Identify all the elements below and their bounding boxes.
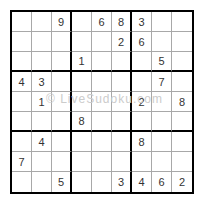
cell-r8c6[interactable] xyxy=(112,152,132,172)
cell-r6c2[interactable] xyxy=(32,112,52,132)
cell-r6c5[interactable] xyxy=(92,112,112,132)
cell-r3c2[interactable] xyxy=(32,52,52,72)
cell-r8c8[interactable] xyxy=(152,152,172,172)
cell-r5c7[interactable]: 2 xyxy=(132,92,152,112)
cell-r4c4[interactable] xyxy=(72,72,92,92)
cell-r4c5[interactable] xyxy=(92,72,112,92)
cell-r7c8[interactable] xyxy=(152,132,172,152)
cell-r4c2[interactable]: 3 xyxy=(32,72,52,92)
cell-r3c4[interactable]: 1 xyxy=(72,52,92,72)
cell-r6c6[interactable] xyxy=(112,112,132,132)
cell-r8c1[interactable]: 7 xyxy=(12,152,32,172)
cell-r6c4[interactable]: 8 xyxy=(72,112,92,132)
cell-r6c3[interactable] xyxy=(52,112,72,132)
cell-r2c6[interactable]: 2 xyxy=(112,32,132,52)
cell-r5c9[interactable]: 8 xyxy=(172,92,192,112)
cell-r4c7[interactable] xyxy=(132,72,152,92)
cell-r8c3[interactable] xyxy=(52,152,72,172)
cell-r7c1[interactable] xyxy=(12,132,32,152)
cell-r2c5[interactable] xyxy=(92,32,112,52)
cell-r9c8[interactable]: 6 xyxy=(152,172,172,192)
cell-r8c4[interactable] xyxy=(72,152,92,172)
cell-r2c8[interactable] xyxy=(152,32,172,52)
cell-r4c3[interactable] xyxy=(52,72,72,92)
cell-r5c5[interactable] xyxy=(92,92,112,112)
cell-r9c5[interactable] xyxy=(92,172,112,192)
cell-r3c8[interactable]: 5 xyxy=(152,52,172,72)
cell-r1c6[interactable]: 8 xyxy=(112,12,132,32)
cell-r2c2[interactable] xyxy=(32,32,52,52)
cell-r9c1[interactable] xyxy=(12,172,32,192)
cell-r4c6[interactable] xyxy=(112,72,132,92)
cell-r3c7[interactable] xyxy=(132,52,152,72)
cell-r9c4[interactable] xyxy=(72,172,92,192)
cell-r7c6[interactable] xyxy=(112,132,132,152)
cell-r8c7[interactable] xyxy=(132,152,152,172)
cell-r2c7[interactable]: 6 xyxy=(132,32,152,52)
cell-r1c8[interactable] xyxy=(152,12,172,32)
cell-r5c8[interactable] xyxy=(152,92,172,112)
cell-r1c9[interactable] xyxy=(172,12,192,32)
cell-r9c7[interactable]: 4 xyxy=(132,172,152,192)
cell-r3c1[interactable] xyxy=(12,52,32,72)
sudoku-board: 96832615437128848753462 xyxy=(10,10,194,194)
cell-r8c2[interactable] xyxy=(32,152,52,172)
cell-r2c4[interactable] xyxy=(72,32,92,52)
cell-r7c2[interactable]: 4 xyxy=(32,132,52,152)
cell-r6c7[interactable] xyxy=(132,112,152,132)
cell-r7c9[interactable] xyxy=(172,132,192,152)
cell-r8c9[interactable] xyxy=(172,152,192,172)
cell-r5c2[interactable]: 1 xyxy=(32,92,52,112)
cell-r9c3[interactable]: 5 xyxy=(52,172,72,192)
cell-r5c4[interactable] xyxy=(72,92,92,112)
cell-r1c7[interactable]: 3 xyxy=(132,12,152,32)
cell-r7c4[interactable] xyxy=(72,132,92,152)
cell-r1c5[interactable]: 6 xyxy=(92,12,112,32)
cell-r4c1[interactable]: 4 xyxy=(12,72,32,92)
cell-r7c3[interactable] xyxy=(52,132,72,152)
cell-r6c8[interactable] xyxy=(152,112,172,132)
cell-r2c9[interactable] xyxy=(172,32,192,52)
cell-r5c6[interactable] xyxy=(112,92,132,112)
cell-r9c2[interactable] xyxy=(32,172,52,192)
cell-r2c3[interactable] xyxy=(52,32,72,52)
cell-r7c5[interactable] xyxy=(92,132,112,152)
sudoku-board-wrap: 96832615437128848753462 xyxy=(10,10,194,194)
cell-r1c4[interactable] xyxy=(72,12,92,32)
cell-r3c5[interactable] xyxy=(92,52,112,72)
cell-r5c1[interactable] xyxy=(12,92,32,112)
cell-r2c1[interactable] xyxy=(12,32,32,52)
cell-r1c1[interactable] xyxy=(12,12,32,32)
cell-r9c9[interactable]: 2 xyxy=(172,172,192,192)
cell-r3c6[interactable] xyxy=(112,52,132,72)
cell-r3c3[interactable] xyxy=(52,52,72,72)
cell-r1c3[interactable]: 9 xyxy=(52,12,72,32)
cell-r5c3[interactable] xyxy=(52,92,72,112)
cell-r3c9[interactable] xyxy=(172,52,192,72)
cell-r4c8[interactable]: 7 xyxy=(152,72,172,92)
cell-r6c1[interactable] xyxy=(12,112,32,132)
cell-r7c7[interactable]: 8 xyxy=(132,132,152,152)
cell-r1c2[interactable] xyxy=(32,12,52,32)
cell-r4c9[interactable] xyxy=(172,72,192,92)
cell-r6c9[interactable] xyxy=(172,112,192,132)
cell-r8c5[interactable] xyxy=(92,152,112,172)
cell-r9c6[interactable]: 3 xyxy=(112,172,132,192)
